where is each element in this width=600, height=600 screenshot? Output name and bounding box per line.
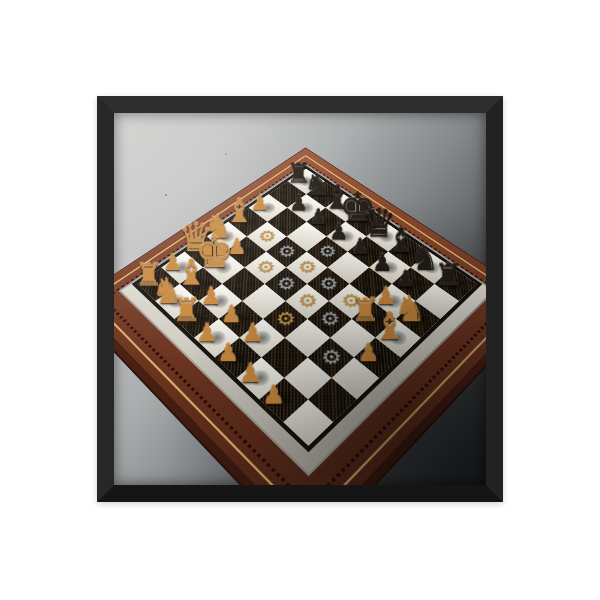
dark-pawn: ♟ <box>290 193 309 214</box>
gear-icon: ⚙ <box>293 257 321 278</box>
framed-poster: ♜♞♝♚♛♝♞♜♟♟♟♟♟♟♟⚙♟♞♝⚙⚙⚙⚙⚙♜♝♞♟⚙⚙⚙⚙♟♛♚⚙⚙♟♝♟… <box>97 96 503 502</box>
board-scene: ♜♞♝♚♛♝♞♜♟♟♟♟♟♟♟⚙♟♞♝⚙⚙⚙⚙⚙♜♝♞♟⚙⚙⚙⚙♟♛♚⚙⚙♟♝♟… <box>114 113 486 485</box>
gold-pawn: ♟ <box>239 361 262 387</box>
dark-pawn: ♟ <box>373 251 393 274</box>
poster-photo: ♜♞♝♚♛♝♞♜♟♟♟♟♟♟♟⚙♟♞♝⚙⚙⚙⚙⚙♜♝♞♟⚙⚙⚙⚙♟♛♚⚙⚙♟♝♟… <box>114 113 486 485</box>
gold-pawn: ♟ <box>242 321 264 346</box>
gold-pawn: ♟ <box>217 340 240 365</box>
gold-pawn: ♟ <box>221 302 243 326</box>
dark-pawn: ♟ <box>351 236 371 258</box>
gold-pawn: ♟ <box>262 382 286 409</box>
dark-pawn: ♟ <box>329 221 349 243</box>
poster-page: { "game": "chess", "artwork": { "kind": … <box>0 0 600 600</box>
gold-pawn: ♟ <box>201 285 222 309</box>
dark-rook: ♜ <box>435 260 463 291</box>
gold-pawn: ♟ <box>196 321 218 346</box>
dark-pawn: ♟ <box>309 206 328 227</box>
gold-pawn: ♟ <box>358 340 381 365</box>
